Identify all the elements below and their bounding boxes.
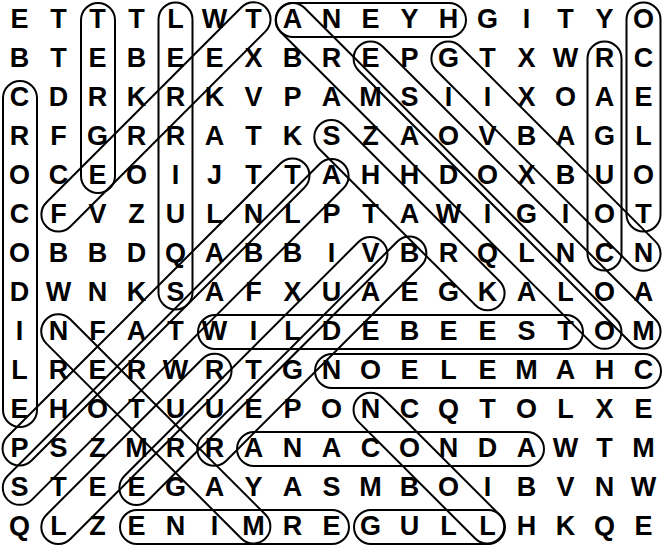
grid-cell: T (468, 39, 507, 78)
grid-cell: A (624, 273, 663, 312)
grid-cell: V (546, 468, 585, 507)
grid-cell: R (156, 117, 195, 156)
grid-cell: H (39, 390, 78, 429)
grid-cell: B (390, 468, 429, 507)
grid-cell: L (273, 195, 312, 234)
grid-cell: W (195, 0, 234, 39)
grid-cell: X (507, 39, 546, 78)
grid-cell: F (39, 117, 78, 156)
grid-cell: O (585, 273, 624, 312)
grid-cell: B (507, 117, 546, 156)
grid-cell: P (0, 429, 39, 468)
grid-cell: B (117, 39, 156, 78)
grid-cell: U (195, 390, 234, 429)
word-search-board: ETTTLWTANEYHGITYOBTEBEEXBREPGTXWRCCDRKRK… (0, 0, 663, 546)
grid-cell: M (624, 312, 663, 351)
grid-cell: W (546, 39, 585, 78)
grid-cell: E (468, 351, 507, 390)
grid-cell: X (273, 273, 312, 312)
grid-cell: O (585, 312, 624, 351)
grid-cell: A (546, 351, 585, 390)
grid-cell: T (351, 195, 390, 234)
grid-cell: I (0, 312, 39, 351)
grid-cell: Y (585, 0, 624, 39)
grid-cell: R (195, 351, 234, 390)
grid-cell: E (195, 39, 234, 78)
grid-cell: N (624, 234, 663, 273)
grid-cell: E (390, 351, 429, 390)
grid-cell: L (546, 390, 585, 429)
grid-cell: L (156, 0, 195, 39)
grid-cell: P (312, 195, 351, 234)
grid-cell: I (195, 507, 234, 546)
grid-cell: G (351, 507, 390, 546)
grid-cell: O (585, 195, 624, 234)
grid-cell: T (39, 0, 78, 39)
grid-cell: V (468, 117, 507, 156)
grid-cell: E (156, 39, 195, 78)
grid-cell: R (78, 78, 117, 117)
grid-cell: N (312, 351, 351, 390)
grid-cell: O (624, 156, 663, 195)
grid-cell: N (585, 468, 624, 507)
grid-cell: R (156, 429, 195, 468)
grid-cell: S (156, 273, 195, 312)
grid-cell: R (273, 507, 312, 546)
grid-cell: O (429, 468, 468, 507)
grid-cell: B (390, 312, 429, 351)
grid-cell: B (39, 234, 78, 273)
grid-cell: R (39, 351, 78, 390)
grid-cell: A (390, 195, 429, 234)
grid-cell: W (39, 273, 78, 312)
grid-cell: E (351, 0, 390, 39)
grid-cell: D (312, 312, 351, 351)
grid-cell: T (468, 390, 507, 429)
grid-cell: P (273, 78, 312, 117)
grid-cell: A (351, 273, 390, 312)
grid-cell: G (429, 39, 468, 78)
grid-cell: K (195, 78, 234, 117)
grid-cell: U (156, 390, 195, 429)
grid-cell: M (351, 468, 390, 507)
grid-cell: T (39, 468, 78, 507)
grid-cell: P (273, 390, 312, 429)
grid-cell: H (351, 156, 390, 195)
grid-cell: T (234, 156, 273, 195)
grid-cell: T (624, 195, 663, 234)
grid-cell: R (0, 117, 39, 156)
grid-cell: Z (78, 507, 117, 546)
grid-cell: Y (234, 468, 273, 507)
grid-cell: O (390, 429, 429, 468)
grid-cell: W (429, 195, 468, 234)
grid-cell: A (312, 429, 351, 468)
grid-cell: I (468, 195, 507, 234)
grid-cell: M (117, 429, 156, 468)
grid-cell: G (585, 117, 624, 156)
grid-cell: G (273, 351, 312, 390)
grid-cell: Q (468, 234, 507, 273)
grid-cell: O (468, 156, 507, 195)
grid-cell: K (273, 117, 312, 156)
grid-cell: N (546, 234, 585, 273)
grid-cell: I (507, 0, 546, 39)
grid-cell: A (585, 78, 624, 117)
grid-cell: X (585, 390, 624, 429)
grid-cell: I (234, 312, 273, 351)
grid-cell: Q (0, 507, 39, 546)
grid-cell: N (273, 429, 312, 468)
grid-cell: A (273, 468, 312, 507)
grid-cell: L (0, 351, 39, 390)
grid-cell: E (78, 351, 117, 390)
grid-cell: T (585, 429, 624, 468)
grid-cell: T (546, 312, 585, 351)
grid-cell: C (0, 195, 39, 234)
grid-cell: E (78, 39, 117, 78)
grid-cell: R (429, 234, 468, 273)
grid-cell: T (39, 39, 78, 78)
grid-cell: G (468, 0, 507, 39)
grid-cell: E (624, 390, 663, 429)
grid-cell: T (117, 0, 156, 39)
grid-cell: I (312, 234, 351, 273)
grid-cell: O (78, 390, 117, 429)
grid-cell: F (78, 312, 117, 351)
grid-cell: O (0, 156, 39, 195)
grid-cell: A (546, 117, 585, 156)
grid-cell: Z (117, 195, 156, 234)
grid-cell: G (507, 195, 546, 234)
grid-cell: G (156, 468, 195, 507)
grid-cell: T (234, 351, 273, 390)
grid-cell: A (312, 78, 351, 117)
grid-cell: N (351, 390, 390, 429)
grid-cell: D (39, 78, 78, 117)
grid-cell: T (78, 0, 117, 39)
grid-cell: B (0, 39, 39, 78)
grid-cell: M (507, 351, 546, 390)
grid-cell: L (546, 273, 585, 312)
grid-cell: Q (585, 507, 624, 546)
grid-cell: L (39, 507, 78, 546)
grid-cell: E (312, 507, 351, 546)
grid-cell: S (39, 429, 78, 468)
grid-cell: Q (156, 234, 195, 273)
grid-cell: W (546, 429, 585, 468)
grid-cell: B (507, 468, 546, 507)
grid-cell: H (507, 507, 546, 546)
grid-cell: Y (390, 0, 429, 39)
grid-cell: V (351, 234, 390, 273)
grid-cell: A (234, 429, 273, 468)
grid-cell: H (390, 156, 429, 195)
grid-cell: A (390, 117, 429, 156)
grid-cell: U (390, 507, 429, 546)
grid-cell: C (390, 390, 429, 429)
grid-cell: U (585, 156, 624, 195)
grid-cell: K (117, 273, 156, 312)
grid-cell: I (546, 195, 585, 234)
grid-cell: N (39, 312, 78, 351)
grid-cell: X (507, 156, 546, 195)
grid-cell: E (624, 78, 663, 117)
grid-cell: N (312, 0, 351, 39)
grid-cell: O (351, 351, 390, 390)
grid-cell: H (429, 0, 468, 39)
grid-cell: D (429, 156, 468, 195)
grid-cell: T (273, 156, 312, 195)
grid-cell: B (78, 234, 117, 273)
grid-cell: N (429, 429, 468, 468)
grid-cell: L (273, 312, 312, 351)
grid-cell: U (156, 195, 195, 234)
grid-cell: F (234, 273, 273, 312)
grid-cell: T (546, 0, 585, 39)
grid-cell: B (273, 234, 312, 273)
grid-cell: N (156, 507, 195, 546)
grid-cell: O (624, 0, 663, 39)
grid-cell: A (195, 234, 234, 273)
grid-cell: V (234, 78, 273, 117)
grid-cell: E (78, 156, 117, 195)
grid-cell: F (39, 195, 78, 234)
grid-cell: R (195, 429, 234, 468)
grid-cell: A (312, 156, 351, 195)
grid-cell: N (234, 195, 273, 234)
grid-cell: K (117, 78, 156, 117)
grid-cell: C (351, 429, 390, 468)
grid-cell: U (312, 273, 351, 312)
grid-cell: A (117, 312, 156, 351)
grid-cell: M (624, 429, 663, 468)
grid-cell: E (429, 312, 468, 351)
grid-cell: O (429, 117, 468, 156)
grid-cell: R (117, 117, 156, 156)
grid-cell: A (195, 468, 234, 507)
grid-cell: E (117, 507, 156, 546)
grid-cell: D (0, 273, 39, 312)
grid-cell: I (468, 78, 507, 117)
grid-cell: A (273, 0, 312, 39)
grid-cell: L (429, 351, 468, 390)
grid-cell: E (117, 468, 156, 507)
grid-cell: N (78, 273, 117, 312)
grid-cell: A (195, 273, 234, 312)
grid-cell: I (468, 468, 507, 507)
grid-cell: J (195, 156, 234, 195)
grid-cell: L (507, 234, 546, 273)
grid-cell: R (312, 39, 351, 78)
grid-cell: S (507, 312, 546, 351)
grid-cell: R (117, 351, 156, 390)
grid-cell: S (312, 468, 351, 507)
grid-cell: E (351, 312, 390, 351)
grid-cell: E (351, 39, 390, 78)
grid-cell: H (585, 351, 624, 390)
grid-cell: K (468, 273, 507, 312)
grid-cell: C (624, 351, 663, 390)
grid-cell: C (624, 39, 663, 78)
grid-cell: O (117, 156, 156, 195)
grid-cell: I (429, 78, 468, 117)
grid-cell: Z (351, 117, 390, 156)
grid-cell: L (468, 507, 507, 546)
grid-cell: Z (78, 429, 117, 468)
grid-cell: E (234, 390, 273, 429)
grid-cell: M (351, 78, 390, 117)
grid-cell: A (507, 429, 546, 468)
letter-grid: ETTTLWTANEYHGITYOBTEBEEXBREPGTXWRCCDRKRK… (0, 0, 663, 546)
grid-cell: W (156, 351, 195, 390)
grid-cell: E (0, 390, 39, 429)
grid-cell: T (234, 117, 273, 156)
grid-cell: P (390, 39, 429, 78)
grid-cell: B (234, 234, 273, 273)
grid-cell: I (156, 156, 195, 195)
grid-cell: E (468, 312, 507, 351)
grid-cell: V (78, 195, 117, 234)
grid-cell: O (546, 78, 585, 117)
grid-cell: D (468, 429, 507, 468)
grid-cell: L (624, 117, 663, 156)
grid-cell: A (195, 117, 234, 156)
grid-cell: T (234, 0, 273, 39)
grid-cell: S (390, 78, 429, 117)
grid-cell: X (507, 78, 546, 117)
grid-cell: R (585, 39, 624, 78)
grid-cell: W (624, 468, 663, 507)
grid-cell: T (156, 312, 195, 351)
grid-cell: B (273, 39, 312, 78)
grid-cell: R (156, 78, 195, 117)
grid-cell: Q (429, 390, 468, 429)
grid-cell: C (0, 78, 39, 117)
grid-cell: D (117, 234, 156, 273)
grid-cell: K (546, 507, 585, 546)
grid-cell: E (0, 0, 39, 39)
grid-cell: L (429, 507, 468, 546)
grid-cell: O (312, 390, 351, 429)
grid-cell: C (39, 156, 78, 195)
grid-cell: O (507, 390, 546, 429)
grid-cell: S (312, 117, 351, 156)
grid-cell: G (429, 273, 468, 312)
grid-cell: L (195, 195, 234, 234)
grid-cell: G (78, 117, 117, 156)
grid-cell: W (195, 312, 234, 351)
grid-cell: E (624, 507, 663, 546)
grid-cell: O (0, 234, 39, 273)
grid-cell: S (0, 468, 39, 507)
grid-cell: B (390, 234, 429, 273)
grid-cell: X (234, 39, 273, 78)
grid-cell: E (78, 468, 117, 507)
grid-cell: B (546, 156, 585, 195)
grid-cell: A (507, 273, 546, 312)
grid-cell: E (390, 273, 429, 312)
grid-cell: M (234, 507, 273, 546)
grid-cell: T (117, 390, 156, 429)
grid-cell: C (585, 234, 624, 273)
